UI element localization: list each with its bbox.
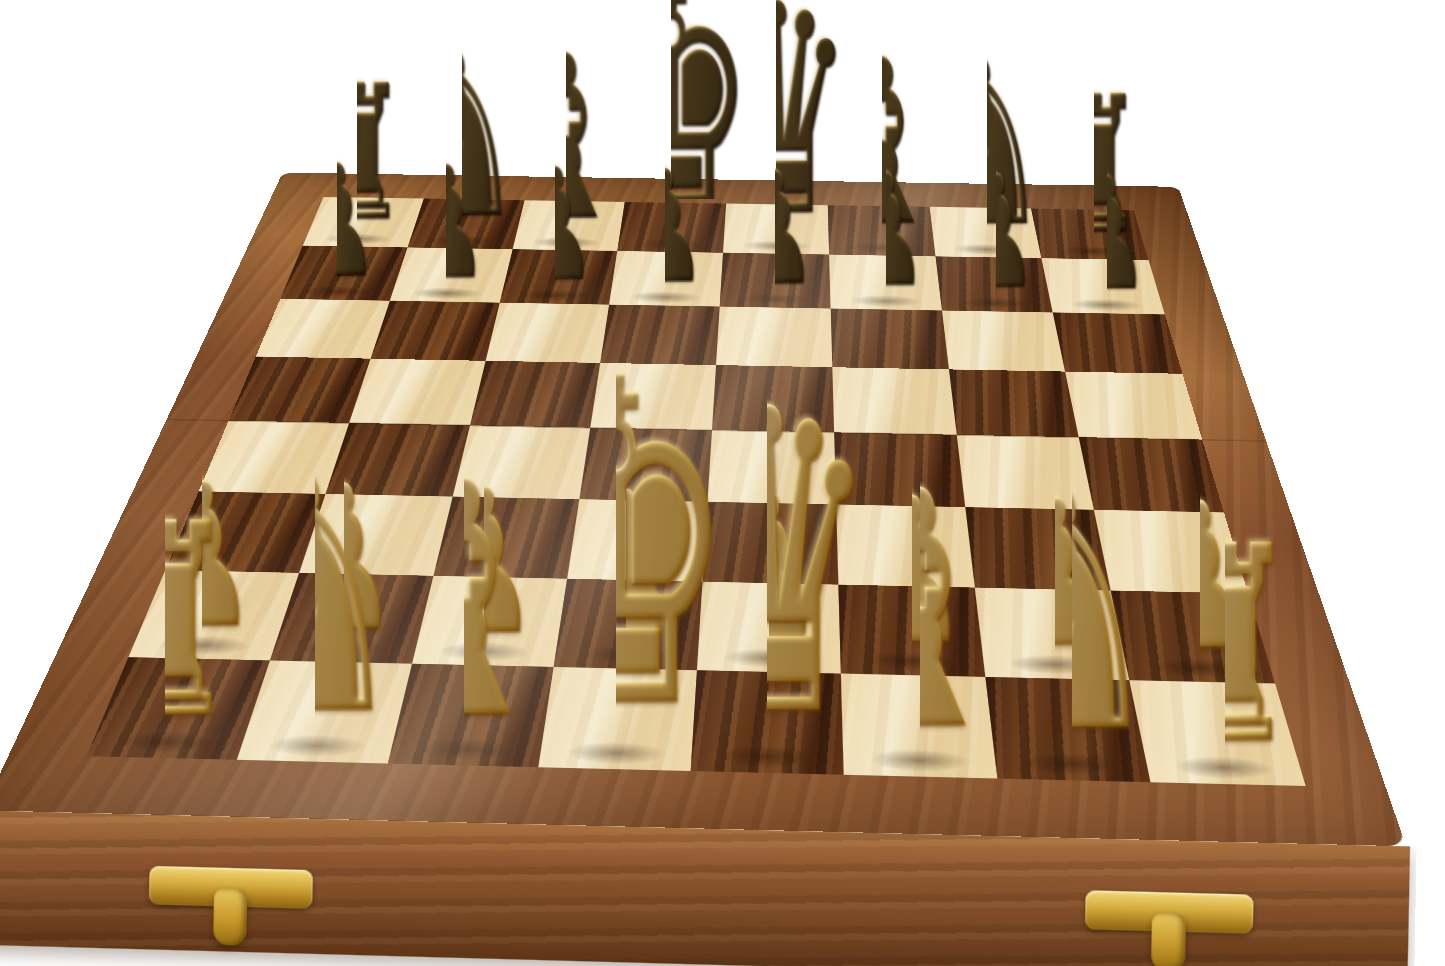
square-e1[interactable]: ♛ — [691, 671, 844, 775]
latch-pin-icon — [1150, 913, 1185, 966]
square-f7[interactable]: ♟ — [829, 255, 942, 311]
piece-bronze-pawn-h7[interactable]: ♟ — [1066, 161, 1149, 308]
square-g6[interactable] — [942, 310, 1066, 371]
chess-board: ♜♞♝♚♛♝♞♜♟♟♟♟♟♟♟♟♟♟♟♟♟♟♟♟♜♞♝♚♛♝♞♜ — [0, 173, 1406, 847]
piece-bronze-pawn-a7[interactable]: ♟ — [296, 149, 378, 294]
piece-gold-knight-g1[interactable]: ♞ — [983, 454, 1161, 769]
piece-gold-rook-a1[interactable]: ♜ — [94, 495, 237, 747]
scene: ♜♞♝♚♛♝♞♜♟♟♟♟♟♟♟♟♟♟♟♟♟♟♟♟♜♞♝♚♛♝♞♜ — [0, 0, 1445, 966]
square-h6[interactable] — [1053, 312, 1183, 374]
brass-latch-left[interactable] — [149, 866, 313, 909]
piece-bronze-pawn-e7[interactable]: ♟ — [734, 156, 817, 302]
square-b7[interactable]: ♟ — [390, 247, 513, 302]
square-f1[interactable]: ♝ — [841, 674, 997, 779]
square-h1[interactable]: ♜ — [1130, 680, 1306, 786]
piece-bronze-pawn-g7[interactable]: ♟ — [955, 159, 1038, 306]
piece-gold-rook-h1[interactable]: ♜ — [1153, 517, 1298, 773]
square-h7[interactable]: ♟ — [1042, 258, 1165, 314]
square-a7[interactable]: ♟ — [280, 246, 407, 301]
piece-bronze-pawn-b7[interactable]: ♟ — [405, 151, 487, 296]
piece-gold-bishop-f1[interactable]: ♝ — [832, 457, 1007, 765]
square-g1[interactable]: ♞ — [985, 677, 1151, 782]
square-b6[interactable] — [370, 301, 499, 361]
board-squares: ♜♞♝♚♛♝♞♜♟♟♟♟♟♟♟♟♟♟♟♟♟♟♟♟♜♞♝♚♛♝♞♜ — [87, 197, 1306, 786]
board-front-edge — [0, 810, 1410, 966]
piece-bronze-pawn-c7[interactable]: ♟ — [514, 152, 596, 298]
brass-latch-right[interactable] — [1084, 890, 1253, 934]
piece-bronze-pawn-f7[interactable]: ♟ — [844, 157, 927, 303]
piece-bronze-pawn-d7[interactable]: ♟ — [624, 154, 707, 300]
latch-pin-icon — [213, 889, 247, 946]
square-g7[interactable]: ♟ — [935, 256, 1053, 312]
square-a6[interactable] — [256, 299, 390, 359]
photo-stage: ♜♞♝♚♛♝♞♜♟♟♟♟♟♟♟♟♟♟♟♟♟♟♟♟♜♞♝♚♛♝♞♜ — [0, 0, 1445, 966]
